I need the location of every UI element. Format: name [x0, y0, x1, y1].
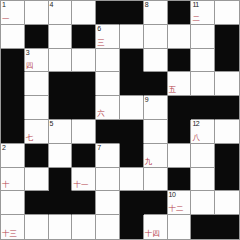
cell-r9c6-black: [120, 191, 144, 215]
across-clue-number-chinese: 九: [145, 158, 153, 166]
across-clue-number-chinese: 十二: [169, 205, 184, 213]
down-clue-number: 12: [192, 120, 199, 128]
cell-r3c6-black: [120, 49, 144, 73]
cell-r1c5-black: [96, 1, 120, 25]
across-clue-number-chinese: 七: [26, 134, 34, 142]
cell-r7c8[interactable]: [168, 144, 192, 168]
cell-r6c2[interactable]: 七: [25, 120, 49, 144]
cell-r10c10-black: [215, 215, 239, 239]
crossword-board: 1一4811二6三3四五六9七512八27九十十一10十二十三十四: [0, 0, 240, 240]
cell-r1c9[interactable]: 11二: [191, 1, 215, 25]
cell-r6c1-black: [1, 120, 25, 144]
cell-r10c1[interactable]: 十三: [1, 215, 25, 239]
cell-r10c4[interactable]: [72, 215, 96, 239]
cell-r8c9[interactable]: [191, 168, 215, 192]
cell-r4c3-black: [49, 72, 73, 96]
cell-r10c7[interactable]: 十四: [144, 215, 168, 239]
cell-r5c9-black: [191, 96, 215, 120]
cell-r6c10[interactable]: [215, 120, 239, 144]
cell-r3c9[interactable]: [191, 49, 215, 73]
cell-r4c10[interactable]: [215, 72, 239, 96]
cell-r5c7[interactable]: 9: [144, 96, 168, 120]
cell-r2c3[interactable]: [49, 25, 73, 49]
across-clue-number-chinese: 五: [169, 86, 177, 94]
cell-r2c5[interactable]: 6三: [96, 25, 120, 49]
down-clue-number: 1: [2, 1, 5, 9]
cell-r4c9[interactable]: [191, 72, 215, 96]
cell-r5c1-black: [1, 96, 25, 120]
across-clue-number-chinese: 六: [97, 110, 105, 118]
cell-r9c5[interactable]: [96, 191, 120, 215]
cell-r7c10-black: [215, 144, 239, 168]
cell-r6c9[interactable]: 12八: [191, 120, 215, 144]
down-clue-number: 10: [169, 191, 176, 199]
across-clue-number-chinese: 一: [2, 15, 10, 23]
cell-r1c3[interactable]: 4: [49, 1, 73, 25]
down-clue-number: 3: [26, 49, 29, 57]
down-clue-number: 2: [2, 144, 5, 152]
cell-r4c4-black: [72, 72, 96, 96]
cell-r2c10-black: [215, 25, 239, 49]
cell-r3c8-black: [168, 49, 192, 73]
down-clue-number: 6: [97, 25, 100, 33]
down-clue-number: 8: [145, 1, 148, 9]
cell-r1c2[interactable]: [25, 1, 49, 25]
cell-r8c5[interactable]: [96, 168, 120, 192]
across-clue-number-chinese: 十: [2, 181, 10, 189]
cell-r9c8[interactable]: 10十二: [168, 191, 192, 215]
across-clue-number-chinese: 十一: [73, 181, 88, 189]
cell-r3c10-black: [215, 49, 239, 73]
cell-r3c4[interactable]: [72, 49, 96, 73]
cell-r5c4-black: [72, 96, 96, 120]
cell-r9c7-black: [144, 191, 168, 215]
down-clue-number: 5: [50, 120, 53, 128]
cell-r4c1-black: [1, 72, 25, 96]
cell-r10c9-black: [191, 215, 215, 239]
cell-r3c5[interactable]: [96, 49, 120, 73]
cell-r9c1[interactable]: [1, 191, 25, 215]
across-clue-number-chinese: 八: [192, 134, 200, 142]
cell-r8c8-black: [168, 168, 192, 192]
cell-r9c2-black: [25, 191, 49, 215]
cell-r6c8-black: [168, 120, 192, 144]
cell-r6c7[interactable]: [144, 120, 168, 144]
cell-r9c10[interactable]: [215, 191, 239, 215]
cell-r8c7[interactable]: [144, 168, 168, 192]
cell-r9c9[interactable]: [191, 191, 215, 215]
cell-r3c3[interactable]: [49, 49, 73, 73]
cell-r7c4-black: [72, 144, 96, 168]
cell-r4c2[interactable]: [25, 72, 49, 96]
cell-r4c5[interactable]: [96, 72, 120, 96]
cell-r7c2-black: [25, 144, 49, 168]
cell-r10c2[interactable]: [25, 215, 49, 239]
cell-r10c8[interactable]: [168, 215, 192, 239]
cell-r3c2[interactable]: 3四: [25, 49, 49, 73]
across-clue-number-chinese: 二: [192, 15, 200, 23]
cell-r6c5-black: [96, 120, 120, 144]
cell-r1c1[interactable]: 1一: [1, 1, 25, 25]
cell-r8c6[interactable]: [120, 168, 144, 192]
down-clue-number: 4: [50, 1, 53, 9]
cell-r5c2[interactable]: [25, 96, 49, 120]
across-clue-number-chinese: 十三: [2, 230, 17, 238]
cell-r9c3-black: [49, 191, 73, 215]
across-clue-number-chinese: 十四: [145, 230, 160, 238]
cell-r10c6-black: [120, 215, 144, 239]
cell-r5c6[interactable]: [120, 96, 144, 120]
cell-r2c6[interactable]: [120, 25, 144, 49]
cell-r8c10-black: [215, 168, 239, 192]
cell-r3c1-black: [1, 49, 25, 73]
cell-r7c3[interactable]: [49, 144, 73, 168]
cell-r1c7[interactable]: 8: [144, 1, 168, 25]
cell-r10c3[interactable]: [49, 215, 73, 239]
cell-r4c7-black: [144, 72, 168, 96]
across-clue-number-chinese: 四: [26, 62, 34, 70]
cell-r7c7[interactable]: 九: [144, 144, 168, 168]
cell-r1c6-black: [120, 1, 144, 25]
cell-r1c8-black: [168, 1, 192, 25]
cell-r2c2-black: [25, 25, 49, 49]
cell-r7c6-black: [120, 144, 144, 168]
across-clue-number-chinese: 三: [97, 39, 105, 47]
cell-r2c4-black: [72, 25, 96, 49]
cell-r5c3-black: [49, 96, 73, 120]
cell-r8c2[interactable]: [25, 168, 49, 192]
cell-r3c7[interactable]: [144, 49, 168, 73]
cell-r5c10-black: [215, 96, 239, 120]
cell-r8c1[interactable]: 十: [1, 168, 25, 192]
cell-r9c4-black: [72, 191, 96, 215]
cell-r5c5[interactable]: 六: [96, 96, 120, 120]
cell-r2c9[interactable]: [191, 25, 215, 49]
cell-r6c3[interactable]: 5: [49, 120, 73, 144]
cell-r6c6-black: [120, 120, 144, 144]
cell-r6c4[interactable]: [72, 120, 96, 144]
down-clue-number: 9: [145, 96, 148, 104]
cell-r2c1[interactable]: [1, 25, 25, 49]
cell-r10c5[interactable]: [96, 215, 120, 239]
cell-r1c10[interactable]: [215, 1, 239, 25]
cell-r2c8[interactable]: [168, 25, 192, 49]
cell-r8c4[interactable]: 十一: [72, 168, 96, 192]
down-clue-number: 7: [97, 144, 100, 152]
cell-r4c8[interactable]: 五: [168, 72, 192, 96]
cell-r1c4[interactable]: [72, 1, 96, 25]
cell-r7c1[interactable]: 2: [1, 144, 25, 168]
cell-r2c7[interactable]: [144, 25, 168, 49]
cell-r7c9[interactable]: [191, 144, 215, 168]
down-clue-number: 11: [192, 1, 198, 9]
cell-r5c8-black: [168, 96, 192, 120]
cell-r8c3-black: [49, 168, 73, 192]
cell-r7c5[interactable]: 7: [96, 144, 120, 168]
cell-r4c6-black: [120, 72, 144, 96]
